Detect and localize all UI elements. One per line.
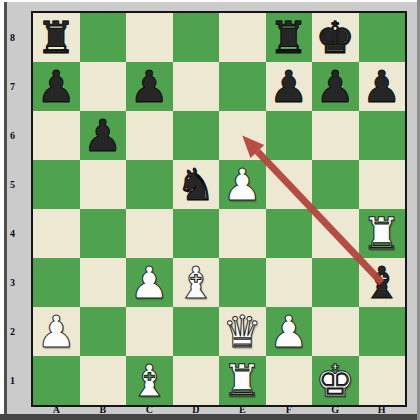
square-e6[interactable]	[219, 111, 266, 160]
black-king[interactable]: ♚	[312, 13, 359, 62]
white-rook[interactable]: ♜	[219, 356, 266, 405]
square-g7[interactable]: ♟	[312, 62, 359, 111]
square-h3[interactable]: ♝	[359, 258, 406, 307]
black-rook[interactable]: ♜	[266, 13, 313, 62]
square-c3[interactable]: ♟	[126, 258, 173, 307]
square-g4[interactable]	[312, 209, 359, 258]
black-pawn[interactable]: ♟	[126, 62, 173, 111]
square-h2[interactable]	[359, 307, 406, 356]
black-knight[interactable]: ♞	[173, 160, 220, 209]
rank-label: 8	[7, 13, 30, 62]
black-pawn[interactable]: ♟	[33, 62, 80, 111]
window-edge-top	[0, 0, 420, 2]
square-h5[interactable]	[359, 160, 406, 209]
window-border-left	[4, 2, 7, 414]
square-a2[interactable]: ♟	[33, 307, 80, 356]
square-b1[interactable]	[80, 356, 127, 405]
square-a1[interactable]	[33, 356, 80, 405]
white-pawn[interactable]: ♟	[219, 160, 266, 209]
square-d2[interactable]	[173, 307, 220, 356]
square-b6[interactable]: ♟	[80, 111, 127, 160]
square-f1[interactable]	[266, 356, 313, 405]
black-pawn[interactable]: ♟	[359, 62, 406, 111]
square-a4[interactable]	[33, 209, 80, 258]
square-b3[interactable]	[80, 258, 127, 307]
square-b5[interactable]	[80, 160, 127, 209]
black-pawn[interactable]: ♟	[312, 62, 359, 111]
square-h7[interactable]: ♟	[359, 62, 406, 111]
square-d5[interactable]: ♞	[173, 160, 220, 209]
square-e2[interactable]: ♛	[219, 307, 266, 356]
square-f8[interactable]: ♜	[266, 13, 313, 62]
square-c5[interactable]	[126, 160, 173, 209]
square-h4[interactable]: ♜	[359, 209, 406, 258]
square-f4[interactable]	[266, 209, 313, 258]
white-king[interactable]: ♚	[312, 356, 359, 405]
square-d1[interactable]	[173, 356, 220, 405]
rank-label: 3	[7, 258, 30, 307]
square-c6[interactable]	[126, 111, 173, 160]
black-pawn[interactable]: ♟	[266, 62, 313, 111]
white-bishop[interactable]: ♝	[173, 258, 220, 307]
square-b4[interactable]	[80, 209, 127, 258]
white-rook[interactable]: ♜	[359, 209, 406, 258]
square-e7[interactable]	[219, 62, 266, 111]
square-a5[interactable]	[33, 160, 80, 209]
rank-label: 5	[7, 160, 30, 209]
window-border-bottom	[0, 414, 420, 420]
square-a6[interactable]	[33, 111, 80, 160]
white-pawn[interactable]: ♟	[33, 307, 80, 356]
white-queen[interactable]: ♛	[219, 307, 266, 356]
square-a8[interactable]: ♜	[33, 13, 80, 62]
square-e8[interactable]	[219, 13, 266, 62]
square-e4[interactable]	[219, 209, 266, 258]
square-d7[interactable]	[173, 62, 220, 111]
rank-label: 1	[7, 356, 30, 405]
rank-labels: 87654321	[7, 13, 30, 405]
chess-board: ♜♜♚♟♟♟♟♟♟♞♟♜♟♝♝♟♛♟♝♜♚	[33, 13, 405, 405]
square-h6[interactable]	[359, 111, 406, 160]
white-pawn[interactable]: ♟	[126, 258, 173, 307]
square-c7[interactable]: ♟	[126, 62, 173, 111]
square-b8[interactable]	[80, 13, 127, 62]
black-bishop[interactable]: ♝	[359, 258, 406, 307]
square-c8[interactable]	[126, 13, 173, 62]
square-d4[interactable]	[173, 209, 220, 258]
black-rook[interactable]: ♜	[33, 13, 80, 62]
square-d8[interactable]	[173, 13, 220, 62]
square-g2[interactable]	[312, 307, 359, 356]
square-g6[interactable]	[312, 111, 359, 160]
square-f2[interactable]: ♟	[266, 307, 313, 356]
square-g5[interactable]	[312, 160, 359, 209]
square-d6[interactable]	[173, 111, 220, 160]
square-f6[interactable]	[266, 111, 313, 160]
square-a7[interactable]: ♟	[33, 62, 80, 111]
square-e5[interactable]: ♟	[219, 160, 266, 209]
white-pawn[interactable]: ♟	[266, 307, 313, 356]
square-b7[interactable]	[80, 62, 127, 111]
square-h8[interactable]	[359, 13, 406, 62]
square-d3[interactable]: ♝	[173, 258, 220, 307]
square-g1[interactable]: ♚	[312, 356, 359, 405]
square-e1[interactable]: ♜	[219, 356, 266, 405]
rank-label: 4	[7, 209, 30, 258]
board-frame: ♜♜♚♟♟♟♟♟♟♞♟♜♟♝♝♟♛♟♝♜♚	[31, 11, 407, 407]
white-bishop[interactable]: ♝	[126, 356, 173, 405]
square-b2[interactable]	[80, 307, 127, 356]
square-c1[interactable]: ♝	[126, 356, 173, 405]
square-e3[interactable]	[219, 258, 266, 307]
square-g8[interactable]: ♚	[312, 13, 359, 62]
square-f7[interactable]: ♟	[266, 62, 313, 111]
square-g3[interactable]	[312, 258, 359, 307]
black-pawn[interactable]: ♟	[80, 111, 127, 160]
square-c2[interactable]	[126, 307, 173, 356]
rank-label: 7	[7, 62, 30, 111]
square-c4[interactable]	[126, 209, 173, 258]
rank-label: 6	[7, 111, 30, 160]
square-h1[interactable]	[359, 356, 406, 405]
rank-label: 2	[7, 307, 30, 356]
square-a3[interactable]	[33, 258, 80, 307]
square-f3[interactable]	[266, 258, 313, 307]
square-f5[interactable]	[266, 160, 313, 209]
chess-app-window: 87654321 ABCDEFGH ♜♜♚♟♟♟♟♟♟♞♟♜♟♝♝♟♛♟♝♜♚	[0, 0, 420, 420]
